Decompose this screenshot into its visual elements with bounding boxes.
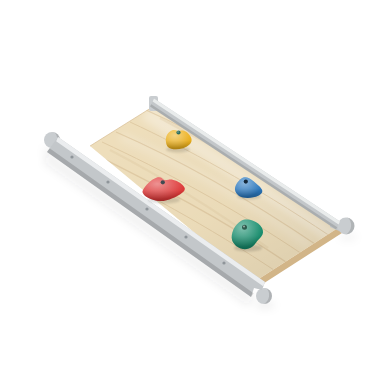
product-photo — [0, 0, 390, 390]
climbing-hold-yellow — [166, 130, 192, 152]
climbing-ramp-image — [0, 0, 390, 390]
hold-bolt — [161, 180, 165, 184]
hold-bolt — [244, 180, 248, 184]
